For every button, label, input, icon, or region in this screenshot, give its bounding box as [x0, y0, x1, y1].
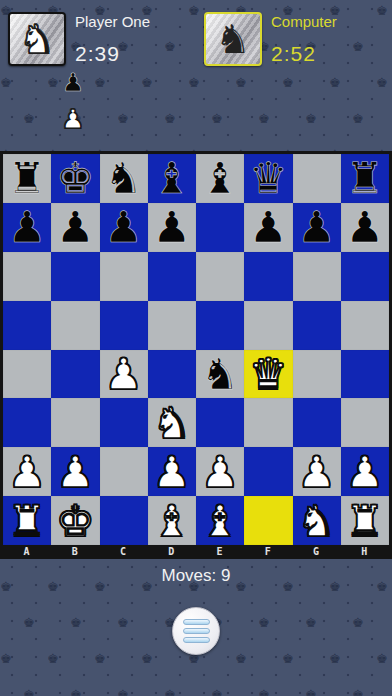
square-h4[interactable]	[341, 350, 389, 399]
piece-black-rook: ♜	[346, 154, 385, 202]
piece-white-knight: ♞	[153, 399, 192, 447]
piece-black-pawn: ♟	[153, 203, 192, 251]
square-e1[interactable]: ♝	[196, 496, 244, 545]
player-white-clock: 2:39	[75, 42, 150, 66]
square-c1[interactable]	[100, 496, 148, 545]
square-e7[interactable]	[196, 203, 244, 252]
square-g4[interactable]	[293, 350, 341, 399]
piece-white-pawn: ♟	[104, 350, 143, 398]
piece-white-pawn: ♟	[56, 448, 95, 496]
square-a6[interactable]	[3, 252, 51, 301]
file-label-b: B	[51, 545, 99, 559]
square-h7[interactable]: ♟	[341, 203, 389, 252]
piece-black-pawn: ♟	[8, 203, 47, 251]
square-a7[interactable]: ♟	[3, 203, 51, 252]
piece-black-king: ♚	[56, 154, 95, 202]
square-a8[interactable]: ♜	[3, 154, 51, 203]
player-white-name: Player One	[75, 12, 150, 30]
piece-white-bishop: ♝	[201, 497, 240, 545]
square-b6[interactable]	[51, 252, 99, 301]
piece-white-king: ♚	[56, 497, 95, 545]
square-c3[interactable]	[100, 398, 148, 447]
file-labels: ABCDEFGH	[3, 545, 389, 559]
square-f3[interactable]	[244, 398, 292, 447]
square-h2[interactable]: ♟	[341, 447, 389, 496]
piece-black-knight: ♞	[201, 350, 240, 398]
file-label-e: E	[196, 545, 244, 559]
piece-white-pawn: ♟	[346, 448, 385, 496]
square-e3[interactable]	[196, 398, 244, 447]
square-g7[interactable]: ♟	[293, 203, 341, 252]
square-b1[interactable]: ♚	[51, 496, 99, 545]
square-g5[interactable]	[293, 301, 341, 350]
square-c4[interactable]: ♟	[100, 350, 148, 399]
square-h1[interactable]: ♜	[341, 496, 389, 545]
square-e5[interactable]	[196, 301, 244, 350]
file-label-c: C	[100, 545, 148, 559]
square-d3[interactable]: ♞	[148, 398, 196, 447]
square-a5[interactable]	[3, 301, 51, 350]
file-label-h: H	[341, 545, 389, 559]
captured-white-pawn: ♟	[58, 106, 88, 132]
square-a3[interactable]	[3, 398, 51, 447]
square-b2[interactable]: ♟	[51, 447, 99, 496]
white-knight-icon: ♞	[19, 19, 55, 59]
square-d4[interactable]	[148, 350, 196, 399]
square-h8[interactable]: ♜	[341, 154, 389, 203]
square-e8[interactable]: ♝	[196, 154, 244, 203]
square-h6[interactable]	[341, 252, 389, 301]
piece-black-pawn: ♟	[56, 203, 95, 251]
square-b7[interactable]: ♟	[51, 203, 99, 252]
square-f8[interactable]: ♛	[244, 154, 292, 203]
square-b3[interactable]	[51, 398, 99, 447]
hamburger-icon	[183, 637, 210, 643]
piece-white-knight: ♞	[297, 497, 336, 545]
player-white-panel: ♞ Player One 2:39	[8, 12, 150, 66]
board-grid: ♜♚♞♝♝♛♜♟♟♟♟♟♟♟♟♞♛♞♟♟♟♟♟♟♜♚♝♝♞♜	[3, 154, 389, 545]
hamburger-icon	[183, 619, 210, 625]
square-d2[interactable]: ♟	[148, 447, 196, 496]
square-h3[interactable]	[341, 398, 389, 447]
square-c5[interactable]	[100, 301, 148, 350]
square-g1[interactable]: ♞	[293, 496, 341, 545]
square-c7[interactable]: ♟	[100, 203, 148, 252]
square-a4[interactable]	[3, 350, 51, 399]
square-g6[interactable]	[293, 252, 341, 301]
square-b8[interactable]: ♚	[51, 154, 99, 203]
player-black-clock: 2:52	[271, 42, 337, 66]
chess-board: ♜♚♞♝♝♛♜♟♟♟♟♟♟♟♟♞♛♞♟♟♟♟♟♟♜♚♝♝♞♜ ABCDEFGH	[0, 151, 392, 559]
square-c8[interactable]: ♞	[100, 154, 148, 203]
square-f7[interactable]: ♟	[244, 203, 292, 252]
square-b5[interactable]	[51, 301, 99, 350]
square-g3[interactable]	[293, 398, 341, 447]
square-g2[interactable]: ♟	[293, 447, 341, 496]
square-d6[interactable]	[148, 252, 196, 301]
captured-black-pawn: ♟	[58, 70, 88, 95]
player-black-name: Computer	[271, 12, 337, 30]
black-knight-tile: ♞	[204, 12, 262, 66]
square-a1[interactable]: ♜	[3, 496, 51, 545]
piece-black-knight: ♞	[104, 154, 143, 202]
chess-app-screen: ♚♚♚♚♚♚♚♚♚♚♚♚♚♚♚♚♚♚♚♚♚♚♚♚♚♚♚♚♚♚♚♚♚♚♚♚♚♚♚♚…	[0, 0, 392, 696]
piece-white-pawn: ♟	[153, 448, 192, 496]
piece-black-pawn: ♟	[104, 203, 143, 251]
piece-black-queen: ♛	[249, 154, 288, 202]
piece-black-rook: ♜	[8, 154, 47, 202]
piece-black-bishop: ♝	[153, 154, 192, 202]
player-black-panel: ♞ Computer 2:52	[204, 12, 337, 66]
square-h5[interactable]	[341, 301, 389, 350]
piece-black-pawn: ♟	[249, 203, 288, 251]
square-b4[interactable]	[51, 350, 99, 399]
player-black-info: Computer 2:52	[271, 12, 337, 66]
file-label-g: G	[293, 545, 341, 559]
square-d7[interactable]: ♟	[148, 203, 196, 252]
file-label-f: F	[244, 545, 292, 559]
piece-white-rook: ♜	[8, 497, 47, 545]
file-label-a: A	[3, 545, 51, 559]
piece-white-bishop: ♝	[153, 497, 192, 545]
player-white-info: Player One 2:39	[75, 12, 150, 66]
piece-white-pawn: ♟	[297, 448, 336, 496]
square-e6[interactable]	[196, 252, 244, 301]
square-f2[interactable]	[244, 447, 292, 496]
piece-white-pawn: ♟	[201, 448, 240, 496]
square-d1[interactable]: ♝	[148, 496, 196, 545]
white-knight-tile: ♞	[8, 12, 66, 66]
piece-black-pawn: ♟	[297, 203, 336, 251]
black-knight-icon: ♞	[215, 19, 251, 59]
square-f4[interactable]: ♛	[244, 350, 292, 399]
square-f1[interactable]	[244, 496, 292, 545]
square-a2[interactable]: ♟	[3, 447, 51, 496]
square-c6[interactable]	[100, 252, 148, 301]
square-g8[interactable]	[293, 154, 341, 203]
square-e2[interactable]: ♟	[196, 447, 244, 496]
square-e4[interactable]: ♞	[196, 350, 244, 399]
square-d8[interactable]: ♝	[148, 154, 196, 203]
piece-white-pawn: ♟	[8, 448, 47, 496]
square-d5[interactable]	[148, 301, 196, 350]
menu-button[interactable]	[172, 607, 220, 655]
piece-white-rook: ♜	[346, 497, 385, 545]
piece-black-pawn: ♟	[346, 203, 385, 251]
move-counter: Moves: 9	[0, 566, 392, 586]
hamburger-icon	[183, 628, 210, 634]
square-c2[interactable]	[100, 447, 148, 496]
file-label-d: D	[148, 545, 196, 559]
square-f6[interactable]	[244, 252, 292, 301]
piece-black-bishop: ♝	[201, 154, 240, 202]
piece-white-queen: ♛	[249, 350, 288, 398]
square-f5[interactable]	[244, 301, 292, 350]
